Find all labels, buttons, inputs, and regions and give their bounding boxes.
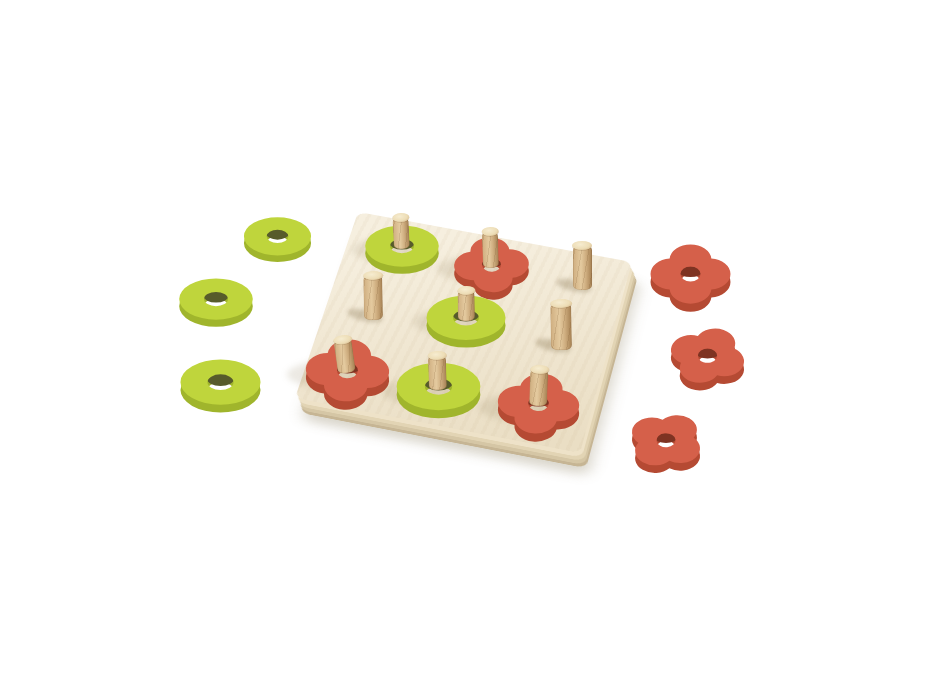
wooden-peg bbox=[550, 303, 572, 350]
green-ring-piece[interactable] bbox=[176, 276, 256, 330]
wooden-peg bbox=[482, 231, 499, 269]
wooden-peg bbox=[529, 369, 548, 407]
wooden-peg bbox=[428, 355, 447, 391]
wooden-peg bbox=[573, 245, 592, 290]
wooden-peg bbox=[363, 275, 383, 320]
red-flower-piece[interactable] bbox=[644, 243, 737, 312]
red-flower-piece[interactable] bbox=[622, 411, 710, 476]
red-flower-piece[interactable] bbox=[663, 326, 752, 392]
wooden-peg bbox=[457, 290, 475, 321]
product-photo-scene bbox=[0, 0, 928, 686]
wooden-peg bbox=[392, 217, 410, 250]
green-ring-piece[interactable] bbox=[177, 357, 264, 416]
green-ring-piece[interactable] bbox=[241, 215, 314, 265]
